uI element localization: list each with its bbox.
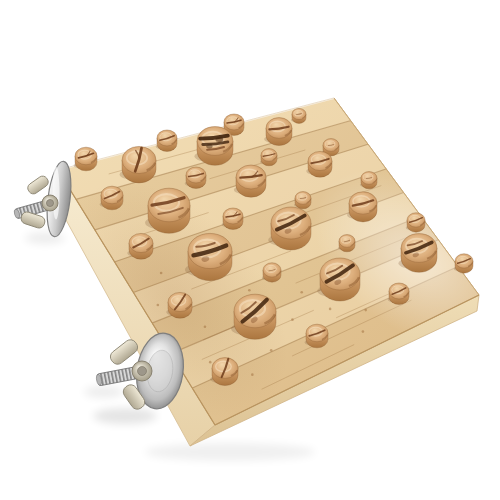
- cork-peg: [304, 324, 328, 348]
- cork-peg: [166, 292, 192, 318]
- cork-peg: [120, 146, 156, 183]
- cork-peg: [185, 167, 206, 189]
- cork-peg: [268, 207, 311, 250]
- cork-peg: [73, 147, 97, 171]
- wood-speckle: [329, 308, 332, 311]
- wing-nut-wing: [108, 337, 140, 367]
- product-photo: [0, 0, 500, 500]
- cork-peg: [388, 283, 409, 305]
- cork-peg: [185, 233, 232, 280]
- cork-peg: [454, 254, 473, 273]
- cork-peg: [347, 192, 377, 222]
- cork-peg: [127, 233, 153, 259]
- cork-peg: [294, 192, 311, 209]
- cork-peg: [145, 188, 190, 233]
- wing-nut-wing: [20, 211, 47, 230]
- bolt-end: [138, 367, 147, 376]
- cork-peg: [406, 213, 425, 232]
- cork-peg: [338, 235, 355, 252]
- cork-peg: [398, 234, 437, 273]
- wood-speckle: [300, 291, 303, 294]
- cast-shadow: [93, 408, 157, 424]
- side-bolt: [13, 160, 74, 238]
- bolt-end: [46, 199, 53, 206]
- scene-svg: [0, 0, 500, 500]
- cork-peg: [222, 208, 243, 230]
- cork-peg: [306, 151, 332, 177]
- wood-speckle: [362, 330, 365, 333]
- cork-peg: [234, 165, 266, 197]
- cork-peg: [262, 263, 281, 282]
- cast-shadow: [84, 386, 124, 398]
- cork-peg: [291, 108, 306, 123]
- cork-peg: [231, 294, 276, 339]
- cork-peg: [260, 149, 277, 166]
- cork-peg: [264, 118, 292, 146]
- wing-nut-wing: [26, 174, 50, 196]
- cork-peg: [194, 127, 233, 166]
- wood-speckle: [291, 318, 294, 321]
- cork-peg: [156, 130, 177, 152]
- cork-peg: [360, 172, 377, 189]
- cork-peg: [317, 258, 360, 301]
- cast-shadow: [145, 443, 315, 461]
- washer-shine: [52, 166, 59, 219]
- cork-peg: [210, 358, 238, 386]
- cork-peg: [99, 186, 123, 210]
